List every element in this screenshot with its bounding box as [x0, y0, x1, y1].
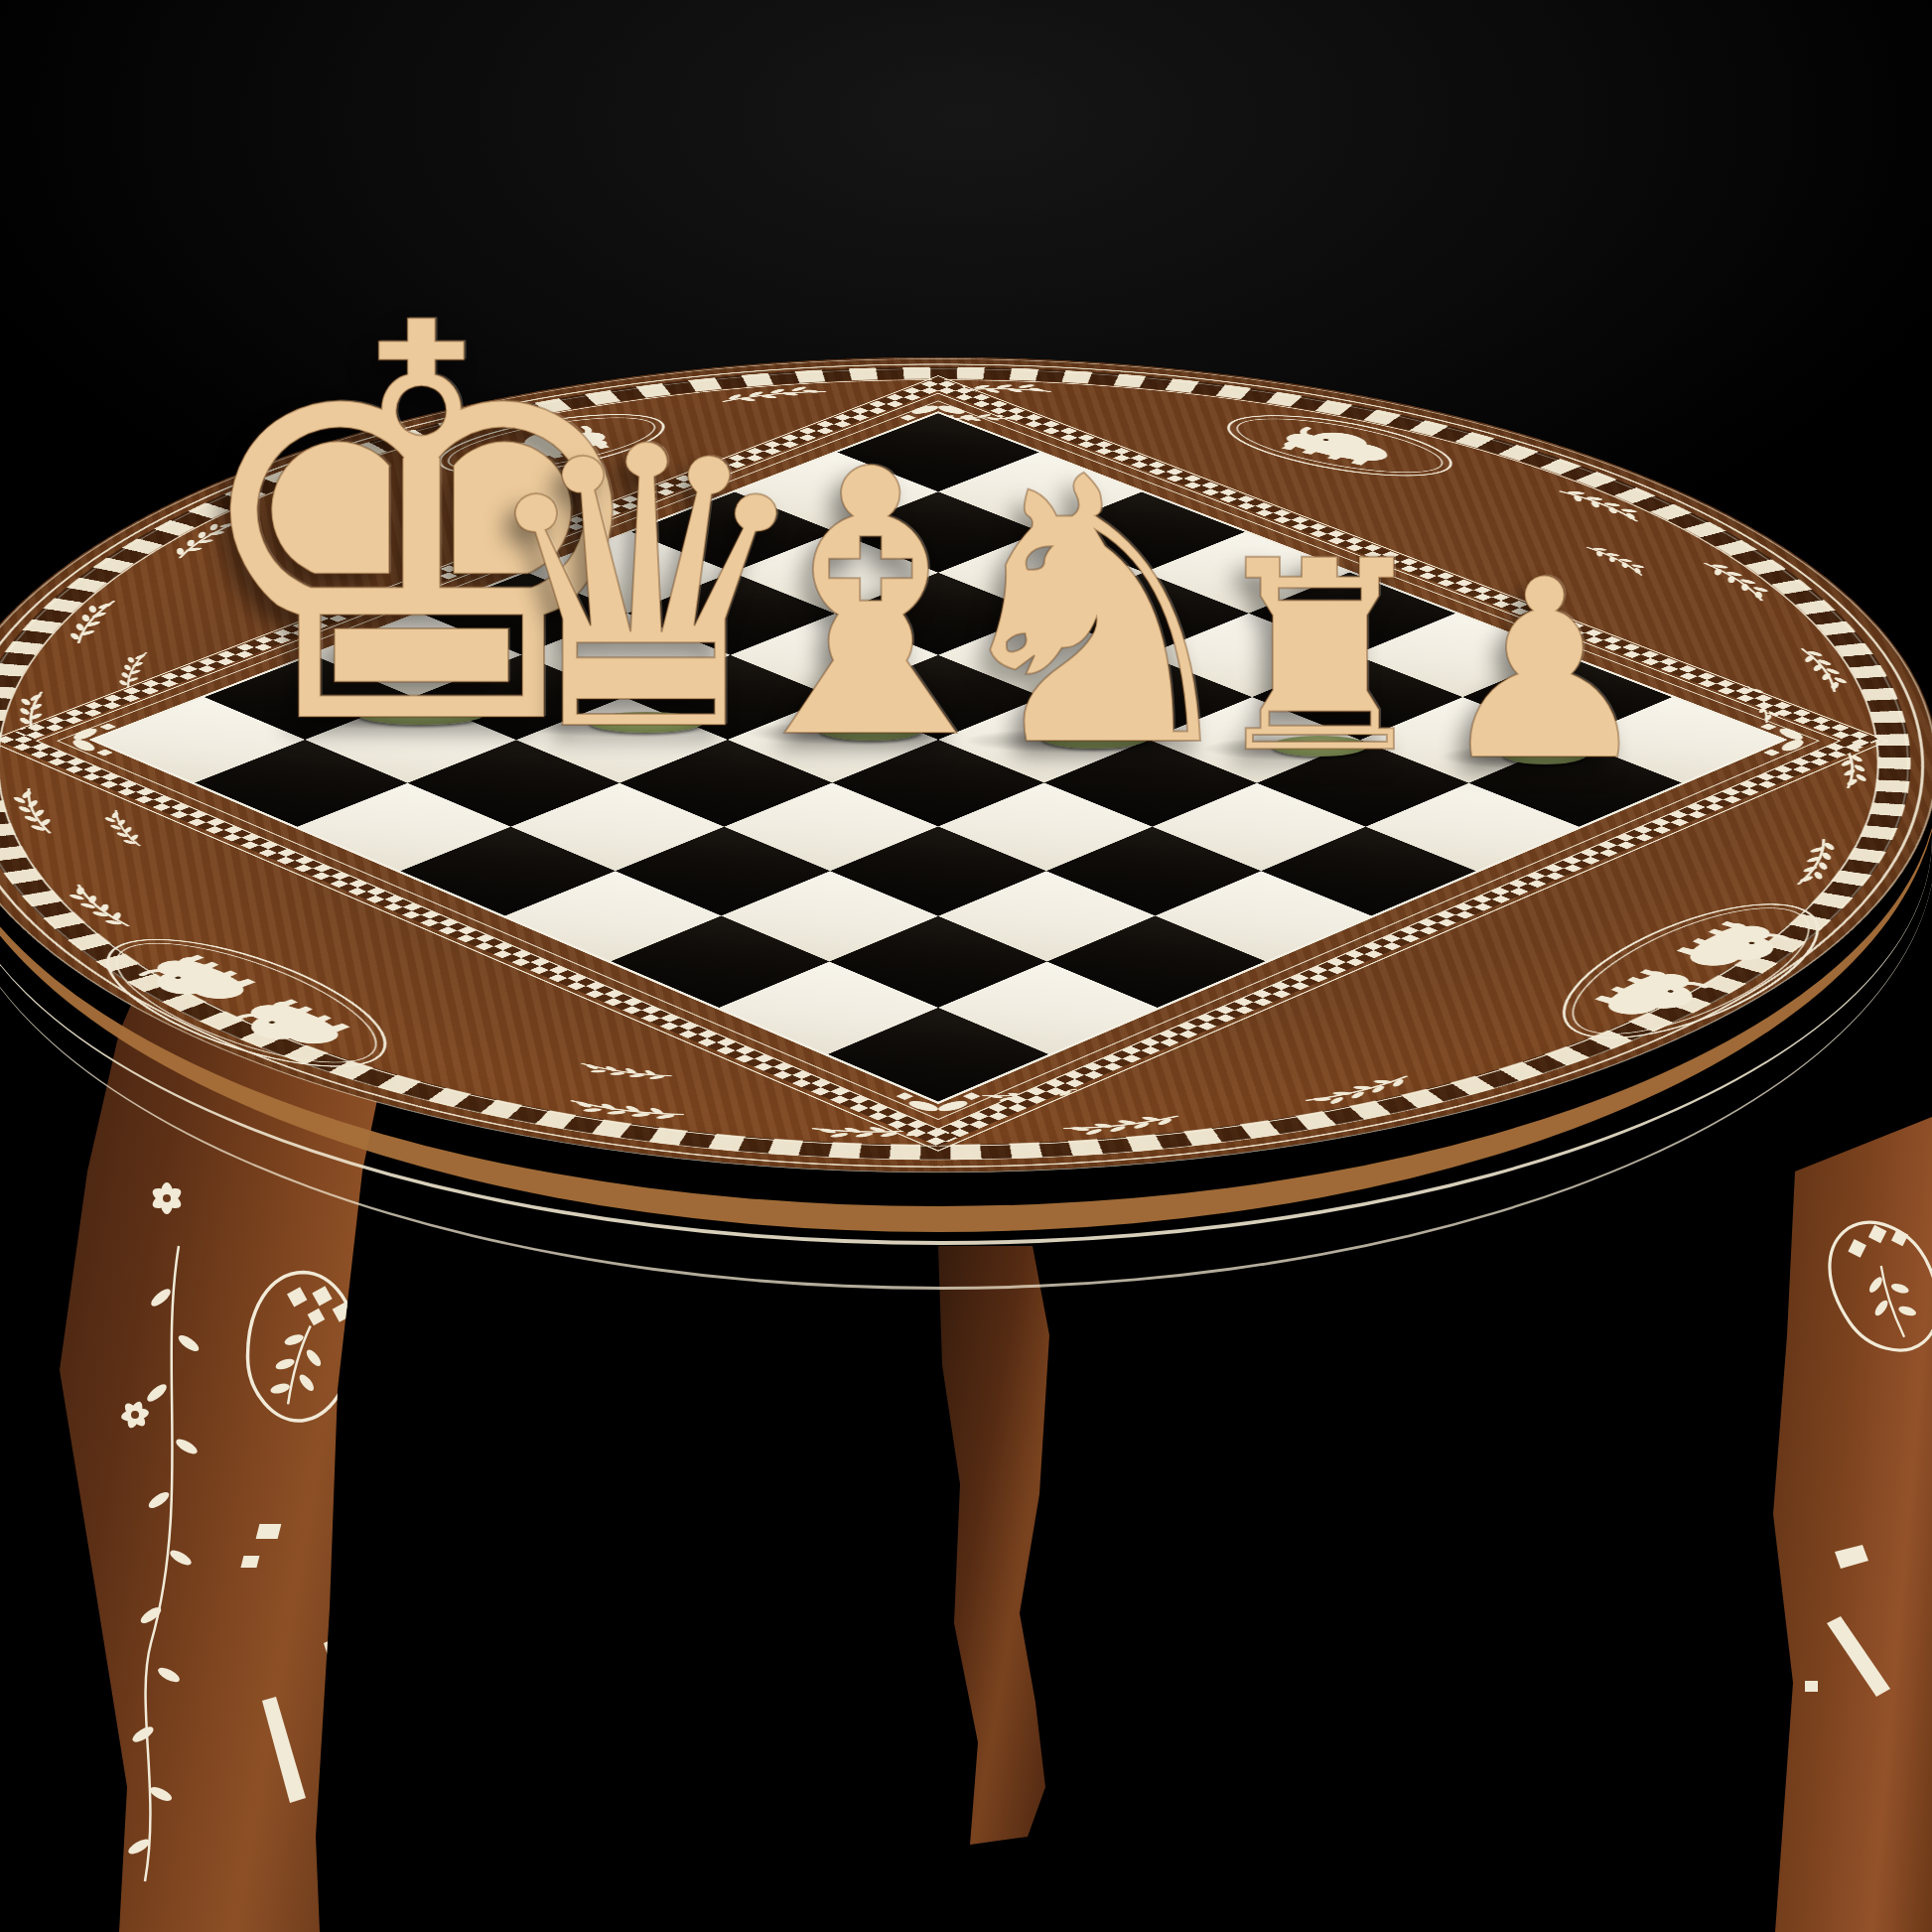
piece-white-pawn[interactable]: ♟ — [1434, 547, 1656, 795]
chess-table-photo: { "game": "chess", "view": "round inlaid… — [0, 0, 1932, 1932]
pieces-layer: ♚♛♝♞♜♟ — [0, 0, 1932, 1932]
piece-white-rook[interactable]: ♜ — [1202, 526, 1439, 789]
